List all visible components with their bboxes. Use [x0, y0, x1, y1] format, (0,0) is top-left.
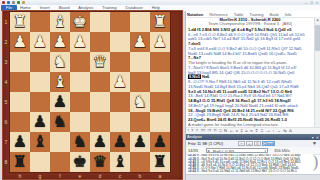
annotation-symbol-18[interactable]: ⇆	[283, 128, 286, 133]
square-g4[interactable]	[30, 72, 50, 92]
chess-board-frame: 12345678 ♜♝♚♜♟♟♟♟♟♟♞♛♝♟♟♞♟♞♟♝♞♟♟♟♟♜♚♛♝♜ …	[2, 10, 183, 180]
white-rook-h1[interactable]: ♜	[10, 12, 30, 32]
square-h6[interactable]	[10, 112, 30, 132]
bottom-strip	[186, 174, 320, 180]
square-d7[interactable]: ♟	[90, 132, 110, 152]
square-d5[interactable]	[90, 92, 110, 112]
file-label-f: f	[50, 172, 70, 180]
black-knight-f6[interactable]: ♞	[50, 112, 70, 132]
square-b1[interactable]	[130, 12, 150, 32]
annotation-symbol-6[interactable]: □	[219, 128, 221, 133]
square-h8[interactable]: ♜	[10, 152, 30, 172]
square-c7[interactable]: ♟	[110, 132, 130, 152]
square-b7[interactable]: ♟	[130, 132, 150, 152]
file-label-g: g	[30, 172, 50, 180]
square-e2[interactable]: ♟	[70, 32, 90, 52]
notation-line-2[interactable]: axb5 13.cxb5 Ne7 14.a4 Bd7 15.Nd2 g5 16.…	[188, 37, 313, 42]
engine-line-5[interactable]: +0.62 8...Ne4 9.e3 a6 10.Nd4 c5 11.Nb3 b…	[188, 170, 313, 173]
black-rook-a8[interactable]: ♜	[150, 152, 170, 172]
rank-label-3: 3	[2, 52, 10, 72]
annotation-symbol-10[interactable]: ⩲	[240, 128, 242, 133]
white-pawn-a2[interactable]: ♟	[150, 32, 170, 52]
square-c8[interactable]: ♝	[110, 152, 130, 172]
square-e8[interactable]: ♚	[70, 152, 90, 172]
engine-panel-title: Analysis	[186, 134, 317, 139]
engine-cloud-button[interactable]: Cloud	[262, 141, 275, 146]
square-c6[interactable]	[110, 112, 130, 132]
square-e1[interactable]: ♚	[70, 12, 90, 32]
square-h7[interactable]: ♟	[10, 132, 30, 152]
square-e6[interactable]	[70, 112, 90, 132]
white-pawn-h2[interactable]: ♟	[10, 32, 30, 52]
rank-label-6: 6	[2, 112, 10, 132]
square-e3[interactable]	[70, 52, 90, 72]
black-pawn-b7[interactable]: ♟	[130, 132, 150, 152]
white-rook-a1[interactable]: ♜	[150, 12, 170, 32]
best-move-dropdown[interactable]: 8...Na6 (+0.30) ▾	[206, 148, 268, 153]
tab-notation[interactable]: Notation	[187, 12, 203, 15]
square-c4[interactable]: ♟	[110, 72, 130, 92]
black-pawn-h7[interactable]: ♟	[10, 132, 30, 152]
white-pawn-f2[interactable]: ♟	[50, 32, 70, 52]
square-a7[interactable]: ♟	[150, 132, 170, 152]
annotation-symbols: !?!!??!??!□N+-±⩲=∞⩱∓-+↑→⇆∆	[186, 128, 320, 133]
rank-label-7: 7	[2, 132, 10, 152]
square-f8[interactable]	[50, 152, 70, 172]
annotation-symbol-2[interactable]: !!	[196, 128, 198, 133]
ribbon-tab-analysis[interactable]: Analysis	[78, 5, 93, 8]
square-a2[interactable]: ♟	[150, 32, 170, 52]
annotation-symbol-16[interactable]: ↑	[272, 128, 274, 133]
game-header: Mueller,K 2310 - Schmidt,R 2260 Team Cha…	[187, 17, 313, 27]
black-bishop-c8[interactable]: ♝	[110, 152, 130, 172]
annotation-symbol-12[interactable]: ∞	[250, 128, 253, 133]
square-d8[interactable]: ♛	[90, 152, 110, 172]
square-e4[interactable]	[70, 72, 90, 92]
engine-bracket-decoration: )	[312, 152, 319, 172]
square-f4[interactable]: ♝	[50, 72, 70, 92]
file-label-e: e	[70, 172, 90, 180]
engine-lines[interactable]: +0.30 8...Na6 9.e3 c6 10.Nc3 d5 11.cxd5 …	[188, 154, 313, 173]
square-d6[interactable]	[90, 112, 110, 132]
white-bishop-f4[interactable]: ♝	[50, 72, 70, 92]
file-label-h: h	[10, 172, 30, 180]
engine-depth: 14/33	[188, 148, 204, 153]
square-b5[interactable]: ♞	[130, 92, 150, 112]
square-g6[interactable]: ♟	[30, 112, 50, 132]
annotation-symbol-0[interactable]: !	[188, 128, 189, 133]
ribbon-tab-training[interactable]: Training	[102, 5, 116, 8]
white-knight-f3[interactable]: ♞	[50, 52, 70, 72]
notation-panel: NotationReferenceTableTrainingBookInfo M…	[185, 11, 320, 180]
square-f7[interactable]	[50, 132, 70, 152]
black-queen-d8[interactable]: ♛	[90, 152, 110, 172]
square-c1[interactable]	[110, 12, 130, 32]
quick-icon-1[interactable]	[7, 1, 10, 4]
file-label-a: a	[150, 172, 170, 180]
annotation-symbol-15[interactable]: -+	[266, 128, 270, 133]
square-e7[interactable]: ♞	[70, 132, 90, 152]
tab-training[interactable]: Training	[249, 12, 263, 15]
rank-labels: 12345678	[2, 12, 10, 172]
ribbon-tab-home[interactable]: Home	[20, 5, 31, 8]
white-pawn-c4[interactable]: ♟	[110, 72, 130, 92]
square-g8[interactable]	[30, 152, 50, 172]
engine-buttons: −+≡Cloud	[238, 141, 275, 146]
square-c3[interactable]	[110, 52, 130, 72]
square-f1[interactable]: ♝	[50, 12, 70, 32]
white-pawn-e2[interactable]: ♟	[70, 32, 90, 52]
square-h4[interactable]	[10, 72, 30, 92]
square-h3[interactable]	[10, 52, 30, 72]
square-g7[interactable]: ♝	[30, 132, 50, 152]
square-c5[interactable]	[110, 92, 130, 112]
square-b3[interactable]	[130, 52, 150, 72]
rank-label-5: 5	[2, 92, 10, 112]
square-g5[interactable]	[30, 92, 50, 112]
square-b4[interactable]	[130, 72, 150, 92]
annotation-symbol-17[interactable]: →	[277, 128, 281, 133]
black-pawn-c7[interactable]: ♟	[110, 132, 130, 152]
engine-name: Fritz 11 SE (1 CPU)	[188, 141, 238, 146]
square-b6[interactable]	[130, 112, 150, 132]
square-g3[interactable]	[30, 52, 50, 72]
square-g1[interactable]	[30, 12, 50, 32]
annotation-symbol-7[interactable]: N	[224, 128, 227, 133]
tab-reference[interactable]: Reference	[209, 12, 227, 15]
square-a3[interactable]	[150, 52, 170, 72]
notation-line-5[interactable]: Nxd5 13.cxd5 Nd8 14.Bc4 b5! 15.Bxb5 Qxd5…	[188, 51, 313, 56]
black-pawn-a7[interactable]: ♟	[150, 132, 170, 152]
ribbon-tab-insert[interactable]: Insert	[40, 5, 50, 8]
quick-icon-2[interactable]	[12, 1, 15, 4]
file-label-c: c	[110, 172, 130, 180]
square-a1[interactable]: ♜	[150, 12, 170, 32]
annotation-symbol-13[interactable]: ⩱	[255, 128, 257, 133]
black-pawn-f5[interactable]: ♟	[50, 92, 70, 112]
ribbon-tab-board[interactable]: Board	[59, 5, 70, 8]
annotation-symbol-11[interactable]: =	[245, 128, 247, 133]
square-h5[interactable]	[10, 92, 30, 112]
white-knight-b5[interactable]: ♞	[130, 92, 150, 112]
quick-access-icons[interactable]	[2, 1, 25, 4]
white-king-e1[interactable]: ♚	[70, 12, 90, 32]
funnel-icon[interactable]: ▼	[312, 141, 317, 146]
file-label-b: b	[130, 172, 150, 180]
engine-button-0[interactable]: −	[238, 141, 245, 146]
annotation-symbol-3[interactable]: ??	[201, 128, 205, 133]
black-pawn-g6[interactable]: ♟	[30, 112, 50, 132]
black-king-e8[interactable]: ♚	[70, 152, 90, 172]
annotation-symbol-8[interactable]: +-	[230, 128, 234, 133]
square-d4[interactable]	[90, 72, 110, 92]
square-d1[interactable]	[90, 12, 110, 32]
square-e5[interactable]	[70, 92, 90, 112]
square-f6[interactable]: ♞	[50, 112, 70, 132]
file-label-d: d	[90, 172, 110, 180]
annotation-symbol-9[interactable]: ±	[236, 128, 238, 133]
notation-lines: 1.d4 f5 2.Bf4 Nf6 3.Nf3 g6 4.c4 Bg7 5.Nc…	[188, 27, 313, 127]
black-bishop-g7[interactable]: ♝	[30, 132, 50, 152]
square-g2[interactable]: ♟	[30, 32, 50, 52]
scrollbar-up-icon[interactable]: ▲	[316, 17, 320, 22]
annotation-symbol-14[interactable]: ∓	[260, 128, 263, 133]
dropdown-arrow-icon[interactable]: ▾	[264, 149, 266, 153]
white-pawn-g2[interactable]: ♟	[30, 32, 50, 52]
notation-body[interactable]: 1.d4 f5 2.Bf4 Nf6 3.Nf3 g6 4.c4 Bg7 5.Nc…	[188, 27, 313, 127]
square-f5[interactable]: ♟	[50, 92, 70, 112]
annotation-symbol-19[interactable]: ∆	[289, 128, 291, 133]
rank-label-8: 8	[2, 152, 10, 172]
white-pawn-b2[interactable]: ♟	[130, 32, 150, 52]
square-a6[interactable]	[150, 112, 170, 132]
engine-speed: 356 kN/s	[274, 148, 308, 153]
annotation-symbol-5[interactable]: ?!	[213, 128, 216, 133]
engine-button-2[interactable]: ≡	[254, 141, 261, 146]
quick-icon-0[interactable]	[2, 1, 5, 4]
annotation-symbol-4[interactable]: !?	[208, 128, 211, 133]
annotation-symbol-1[interactable]: ?	[191, 128, 193, 133]
square-c2[interactable]	[110, 32, 130, 52]
scrollbar-thumb[interactable]	[315, 25, 320, 51]
black-pawn-d7[interactable]: ♟	[90, 132, 110, 152]
square-h2[interactable]: ♟	[10, 32, 30, 52]
board-grid[interactable]: ♜♝♚♜♟♟♟♟♟♟♞♛♝♟♟♞♟♞♟♝♞♟♟♟♟♜♚♛♝♜	[10, 12, 170, 172]
square-d3[interactable]: ♛	[90, 52, 110, 72]
square-f2[interactable]: ♟	[50, 32, 70, 52]
tab-book[interactable]: Book	[270, 12, 279, 15]
current-move-highlight[interactable]: 8.Nb5	[188, 75, 201, 80]
square-h1[interactable]: ♜	[10, 12, 30, 32]
rank-label-1: 1	[2, 12, 10, 32]
ribbon-tab-database[interactable]: Database	[126, 5, 143, 8]
quick-icon-4[interactable]	[22, 1, 25, 4]
black-knight-e7[interactable]: ♞	[70, 132, 90, 152]
ribbon-tab-help[interactable]: Help	[152, 5, 160, 8]
tab-info[interactable]: Info	[285, 12, 292, 15]
square-a4[interactable]	[150, 72, 170, 92]
square-a5[interactable]	[150, 92, 170, 112]
engine-button-1[interactable]: +	[246, 141, 253, 146]
white-bishop-f1[interactable]: ♝	[50, 12, 70, 32]
rank-label-4: 4	[2, 72, 10, 92]
square-d2[interactable]	[90, 32, 110, 52]
game-header-event: Team Championship 1997/98 · Round 3 · [A…	[187, 22, 313, 27]
rank-label-2: 2	[2, 32, 10, 52]
notation-scrollbar[interactable]: ▲	[314, 17, 320, 127]
square-a8[interactable]: ♜	[150, 152, 170, 172]
square-b8[interactable]	[130, 152, 150, 172]
square-b2[interactable]: ♟	[130, 32, 150, 52]
quick-icon-3[interactable]	[17, 1, 20, 4]
engine-lines-list: +0.30 8...Na6 9.e3 c6 10.Nc3 d5 11.cxd5 …	[188, 154, 313, 173]
tab-table[interactable]: Table	[234, 12, 244, 15]
square-f3[interactable]: ♞	[50, 52, 70, 72]
black-rook-h8[interactable]: ♜	[10, 152, 30, 172]
white-queen-d3[interactable]: ♛	[90, 52, 110, 72]
file-labels: hgfedcba	[10, 172, 170, 180]
